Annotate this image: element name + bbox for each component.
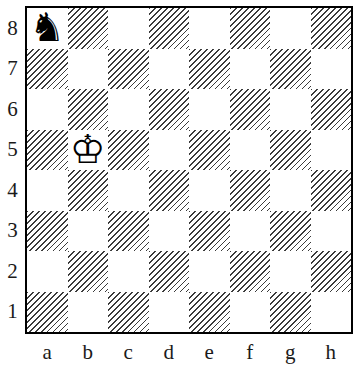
square-c5[interactable] bbox=[108, 130, 149, 171]
square-g2[interactable] bbox=[270, 251, 311, 292]
square-g8[interactable] bbox=[270, 8, 311, 49]
square-h5[interactable] bbox=[311, 130, 352, 171]
square-h7[interactable] bbox=[311, 49, 352, 90]
rank-label-6: 6 bbox=[0, 89, 25, 130]
square-g6[interactable] bbox=[270, 89, 311, 130]
chess-board: ♞♔ bbox=[25, 6, 353, 334]
rank-label-3: 3 bbox=[0, 211, 25, 252]
rank-label-1: 1 bbox=[0, 292, 25, 333]
square-c4[interactable] bbox=[108, 170, 149, 211]
rank-label-7: 7 bbox=[0, 49, 25, 90]
square-c6[interactable] bbox=[108, 89, 149, 130]
square-h2[interactable] bbox=[311, 251, 352, 292]
square-e1[interactable] bbox=[189, 292, 230, 333]
square-g7[interactable] bbox=[270, 49, 311, 90]
square-c2[interactable] bbox=[108, 251, 149, 292]
rank-label-8: 8 bbox=[0, 8, 25, 49]
square-d5[interactable] bbox=[149, 130, 190, 171]
file-label-b: b bbox=[68, 334, 109, 366]
square-g3[interactable] bbox=[270, 211, 311, 252]
square-e4[interactable] bbox=[189, 170, 230, 211]
square-f7[interactable] bbox=[230, 49, 271, 90]
square-a3[interactable] bbox=[27, 211, 68, 252]
square-f2[interactable] bbox=[230, 251, 271, 292]
square-e8[interactable] bbox=[189, 8, 230, 49]
square-d6[interactable] bbox=[149, 89, 190, 130]
square-d8[interactable] bbox=[149, 8, 190, 49]
file-label-e: e bbox=[189, 334, 230, 366]
square-a2[interactable] bbox=[27, 251, 68, 292]
square-f4[interactable] bbox=[230, 170, 271, 211]
square-b7[interactable] bbox=[68, 49, 109, 90]
rank-label-2: 2 bbox=[0, 251, 25, 292]
square-a4[interactable] bbox=[27, 170, 68, 211]
square-g4[interactable] bbox=[270, 170, 311, 211]
file-labels: abcdefgh bbox=[27, 334, 358, 366]
square-a5[interactable] bbox=[27, 130, 68, 171]
square-b2[interactable] bbox=[68, 251, 109, 292]
square-d1[interactable] bbox=[149, 292, 190, 333]
square-c1[interactable] bbox=[108, 292, 149, 333]
square-c3[interactable] bbox=[108, 211, 149, 252]
square-b4[interactable] bbox=[68, 170, 109, 211]
square-c7[interactable] bbox=[108, 49, 149, 90]
square-e2[interactable] bbox=[189, 251, 230, 292]
square-e5[interactable] bbox=[189, 130, 230, 171]
rank-label-4: 4 bbox=[0, 170, 25, 211]
square-h1[interactable] bbox=[311, 292, 352, 333]
rank-labels: 87654321 bbox=[0, 6, 25, 334]
square-f1[interactable] bbox=[230, 292, 271, 333]
square-h8[interactable] bbox=[311, 8, 352, 49]
square-a6[interactable] bbox=[27, 89, 68, 130]
square-f3[interactable] bbox=[230, 211, 271, 252]
chess-diagram: 87654321 ♞♔ abcdefgh bbox=[0, 0, 358, 366]
square-e3[interactable] bbox=[189, 211, 230, 252]
piece-white-king[interactable]: ♔ bbox=[70, 130, 106, 170]
square-b5[interactable]: ♔ bbox=[68, 130, 109, 171]
file-label-c: c bbox=[108, 334, 149, 366]
piece-black-knight[interactable]: ♞ bbox=[29, 8, 65, 48]
square-c8[interactable] bbox=[108, 8, 149, 49]
square-a1[interactable] bbox=[27, 292, 68, 333]
square-g5[interactable] bbox=[270, 130, 311, 171]
square-f8[interactable] bbox=[230, 8, 271, 49]
square-d2[interactable] bbox=[149, 251, 190, 292]
file-label-f: f bbox=[230, 334, 271, 366]
square-h3[interactable] bbox=[311, 211, 352, 252]
file-label-h: h bbox=[311, 334, 352, 366]
square-a7[interactable] bbox=[27, 49, 68, 90]
square-d7[interactable] bbox=[149, 49, 190, 90]
file-label-a: a bbox=[27, 334, 68, 366]
square-b1[interactable] bbox=[68, 292, 109, 333]
square-d3[interactable] bbox=[149, 211, 190, 252]
file-label-d: d bbox=[149, 334, 190, 366]
rank-label-5: 5 bbox=[0, 130, 25, 171]
square-b8[interactable] bbox=[68, 8, 109, 49]
square-b3[interactable] bbox=[68, 211, 109, 252]
square-g1[interactable] bbox=[270, 292, 311, 333]
square-a8[interactable]: ♞ bbox=[27, 8, 68, 49]
square-h4[interactable] bbox=[311, 170, 352, 211]
square-f5[interactable] bbox=[230, 130, 271, 171]
square-b6[interactable] bbox=[68, 89, 109, 130]
square-h6[interactable] bbox=[311, 89, 352, 130]
square-e6[interactable] bbox=[189, 89, 230, 130]
square-f6[interactable] bbox=[230, 89, 271, 130]
square-e7[interactable] bbox=[189, 49, 230, 90]
square-d4[interactable] bbox=[149, 170, 190, 211]
file-label-g: g bbox=[270, 334, 311, 366]
